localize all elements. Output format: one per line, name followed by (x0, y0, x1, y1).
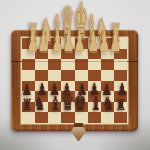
square-r7c6[interactable]: ♞ (101, 112, 114, 123)
square-r3c0[interactable] (22, 70, 35, 81)
dark-rook[interactable]: ♜ (22, 97, 33, 113)
square-r3c7[interactable] (114, 70, 127, 81)
square-r1c1[interactable]: ♟ (35, 49, 48, 60)
square-r7c1[interactable]: ♞ (35, 112, 48, 123)
dark-knight[interactable]: ♞ (102, 94, 114, 113)
square-r1c0[interactable]: ♟ (22, 49, 35, 60)
light-pawn[interactable]: ♟ (88, 27, 100, 56)
square-r1c7[interactable]: ♟ (114, 49, 127, 60)
light-pawn[interactable]: ♟ (38, 27, 50, 56)
light-pawn[interactable]: ♟ (63, 27, 75, 56)
photo-background: ♜♞♝♛♚♝♞♜♟♟♟♟♟♟♟♟♟♟♟♟♟♟♟♟♜♞♝♛♚♝♞♜ (0, 0, 150, 150)
square-r7c5[interactable]: ♝ (88, 112, 101, 123)
dark-rook[interactable]: ♜ (115, 97, 126, 113)
dark-bishop[interactable]: ♝ (49, 94, 61, 114)
square-r1c3[interactable]: ♟ (61, 49, 74, 60)
square-r1c4[interactable]: ♟ (75, 49, 88, 60)
square-r3c1[interactable] (35, 70, 48, 81)
dark-king[interactable]: ♚ (74, 89, 87, 113)
square-r3c2[interactable] (48, 70, 61, 81)
light-pawn[interactable]: ♟ (98, 27, 110, 56)
light-pawn[interactable]: ♟ (52, 27, 64, 56)
dark-queen[interactable]: ♛ (61, 91, 74, 113)
square-r3c4[interactable] (75, 70, 88, 81)
square-r3c5[interactable] (88, 70, 101, 81)
square-r1c2[interactable]: ♟ (48, 49, 61, 60)
chess-board: ♜♞♝♛♚♝♞♜♟♟♟♟♟♟♟♟♟♟♟♟♟♟♟♟♜♞♝♛♚♝♞♜ (11, 30, 138, 131)
dark-knight[interactable]: ♞ (34, 94, 46, 113)
playing-surface: ♜♞♝♛♚♝♞♜♟♟♟♟♟♟♟♟♟♟♟♟♟♟♟♟♜♞♝♛♚♝♞♜ (22, 38, 127, 123)
fold-seam (11, 61, 138, 62)
brass-clasp-icon (71, 127, 86, 141)
square-r7c7[interactable]: ♜ (114, 112, 127, 123)
square-r7c3[interactable]: ♛ (61, 112, 74, 123)
square-r7c4[interactable]: ♚ (75, 112, 88, 123)
light-pawn[interactable]: ♟ (109, 27, 121, 56)
square-r7c2[interactable]: ♝ (48, 112, 61, 123)
square-r3c6[interactable] (101, 70, 114, 81)
square-r3c3[interactable] (61, 70, 74, 81)
dark-bishop[interactable]: ♝ (90, 94, 102, 114)
light-pawn[interactable]: ♟ (74, 27, 86, 56)
light-pawn[interactable]: ♟ (27, 27, 39, 56)
